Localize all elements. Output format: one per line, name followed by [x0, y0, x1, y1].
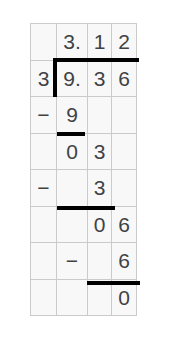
cell-r2-c4-dividend-digit: 6 [112, 61, 136, 97]
cell-r3-c4 [112, 97, 136, 133]
cell-r7-c4: 6 [112, 243, 136, 279]
cell-r1-c4-quotient-digit: 2 [112, 24, 136, 60]
cell-r8-c1 [31, 280, 56, 316]
cell-r1-c1 [31, 24, 56, 60]
cell-r7-c3 [88, 243, 111, 279]
division-grid: 3. 1 2 3 9. 3 6 − 9 0 3 − 3 0 6 − 6 0 [30, 23, 137, 316]
division-bracket-line [53, 58, 57, 97]
cell-r6-c1 [31, 207, 56, 243]
cell-r4-c1 [31, 134, 56, 170]
division-vinculum-line [53, 58, 139, 62]
subtraction-line-2 [57, 206, 115, 210]
cell-r7-c2-minus-sign: − [57, 243, 87, 279]
cell-r5-c3: 3 [88, 170, 111, 206]
cell-r5-c2 [57, 170, 87, 206]
cell-r2-c3-dividend-digit: 3 [88, 61, 111, 97]
subtraction-line-3 [87, 281, 140, 285]
cell-r3-c1-minus-sign: − [31, 97, 56, 133]
subtraction-line-1 [57, 132, 85, 136]
cell-r6-c3: 0 [88, 207, 111, 243]
cell-r2-c2-dividend-digit: 9. [57, 61, 87, 97]
cell-r4-c4 [112, 134, 136, 170]
cell-r7-c1 [31, 243, 56, 279]
cell-r6-c2 [57, 207, 87, 243]
cell-r6-c4: 6 [112, 207, 136, 243]
cell-r3-c3 [88, 97, 111, 133]
long-division-worksheet: 3. 1 2 3 9. 3 6 − 9 0 3 − 3 0 6 − 6 0 [30, 23, 137, 316]
cell-r1-c2-quotient-digit: 3. [57, 24, 87, 60]
cell-r5-c4 [112, 170, 136, 206]
cell-r4-c2: 0 [57, 134, 87, 170]
cell-r5-c1-minus-sign: − [31, 170, 56, 206]
cell-r8-c2 [57, 280, 87, 316]
cell-r3-c2: 9 [57, 97, 87, 133]
cell-r4-c3: 3 [88, 134, 111, 170]
cell-r1-c3-quotient-digit: 1 [88, 24, 111, 60]
